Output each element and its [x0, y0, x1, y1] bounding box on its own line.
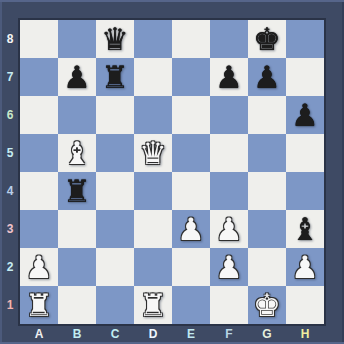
square-a1[interactable]: ♜ — [20, 286, 58, 324]
square-g8[interactable]: ♚ — [248, 20, 286, 58]
square-d3[interactable] — [134, 210, 172, 248]
square-f2[interactable]: ♟ — [210, 248, 248, 286]
board-outer: ♛♚♟♜♟♟♟♝♛♜♟♟♝♟♟♟♜♜♚ — [20, 20, 324, 324]
square-f3[interactable]: ♟ — [210, 210, 248, 248]
square-b2[interactable] — [58, 248, 96, 286]
black-rook-piece: ♜ — [101, 58, 129, 96]
square-f8[interactable] — [210, 20, 248, 58]
white-rook-piece: ♜ — [25, 286, 53, 324]
white-pawn-piece: ♟ — [215, 248, 243, 286]
chessboard-frame: 87654321 ♛♚♟♜♟♟♟♝♛♜♟♟♝♟♟♟♜♜♚ ABCDEFGH — [0, 0, 344, 344]
square-c8[interactable]: ♛ — [96, 20, 134, 58]
square-e1[interactable] — [172, 286, 210, 324]
white-king-piece: ♚ — [253, 286, 281, 324]
white-queen-piece: ♛ — [139, 134, 167, 172]
file-label-d: D — [134, 324, 172, 344]
file-label-a: A — [20, 324, 58, 344]
square-f4[interactable] — [210, 172, 248, 210]
square-c7[interactable]: ♜ — [96, 58, 134, 96]
square-a7[interactable] — [20, 58, 58, 96]
square-c1[interactable] — [96, 286, 134, 324]
square-g7[interactable]: ♟ — [248, 58, 286, 96]
rank-label-1: 1 — [0, 286, 20, 324]
square-a8[interactable] — [20, 20, 58, 58]
black-queen-piece: ♛ — [101, 20, 129, 58]
square-b8[interactable] — [58, 20, 96, 58]
square-c2[interactable] — [96, 248, 134, 286]
file-label-b: B — [58, 324, 96, 344]
chess-board: ♛♚♟♜♟♟♟♝♛♜♟♟♝♟♟♟♜♜♚ — [20, 20, 324, 324]
file-labels: ABCDEFGH — [20, 324, 324, 344]
square-g5[interactable] — [248, 134, 286, 172]
square-c6[interactable] — [96, 96, 134, 134]
black-pawn-piece: ♟ — [291, 96, 319, 134]
square-f7[interactable]: ♟ — [210, 58, 248, 96]
square-c3[interactable] — [96, 210, 134, 248]
file-label-g: G — [248, 324, 286, 344]
square-c4[interactable] — [96, 172, 134, 210]
square-e4[interactable] — [172, 172, 210, 210]
square-e3[interactable]: ♟ — [172, 210, 210, 248]
square-b6[interactable] — [58, 96, 96, 134]
white-pawn-piece: ♟ — [177, 210, 205, 248]
square-b4[interactable]: ♜ — [58, 172, 96, 210]
square-e2[interactable] — [172, 248, 210, 286]
square-f1[interactable] — [210, 286, 248, 324]
white-pawn-piece: ♟ — [25, 248, 53, 286]
square-c5[interactable] — [96, 134, 134, 172]
square-e6[interactable] — [172, 96, 210, 134]
square-h6[interactable]: ♟ — [286, 96, 324, 134]
rank-label-3: 3 — [0, 210, 20, 248]
rank-label-6: 6 — [0, 96, 20, 134]
square-a6[interactable] — [20, 96, 58, 134]
rank-labels: 87654321 — [0, 20, 20, 324]
rank-label-7: 7 — [0, 58, 20, 96]
square-g4[interactable] — [248, 172, 286, 210]
square-g1[interactable]: ♚ — [248, 286, 286, 324]
square-d6[interactable] — [134, 96, 172, 134]
square-h2[interactable]: ♟ — [286, 248, 324, 286]
square-d8[interactable] — [134, 20, 172, 58]
square-a4[interactable] — [20, 172, 58, 210]
square-b1[interactable] — [58, 286, 96, 324]
square-b3[interactable] — [58, 210, 96, 248]
file-label-h: H — [286, 324, 324, 344]
file-label-c: C — [96, 324, 134, 344]
rank-label-4: 4 — [0, 172, 20, 210]
square-d4[interactable] — [134, 172, 172, 210]
square-h3[interactable]: ♝ — [286, 210, 324, 248]
black-pawn-piece: ♟ — [253, 58, 281, 96]
file-label-f: F — [210, 324, 248, 344]
square-a2[interactable]: ♟ — [20, 248, 58, 286]
black-pawn-piece: ♟ — [63, 58, 91, 96]
square-f5[interactable] — [210, 134, 248, 172]
square-h8[interactable] — [286, 20, 324, 58]
square-d2[interactable] — [134, 248, 172, 286]
square-e8[interactable] — [172, 20, 210, 58]
square-e7[interactable] — [172, 58, 210, 96]
square-b7[interactable]: ♟ — [58, 58, 96, 96]
square-h1[interactable] — [286, 286, 324, 324]
white-pawn-piece: ♟ — [215, 210, 243, 248]
square-f6[interactable] — [210, 96, 248, 134]
white-pawn-piece: ♟ — [291, 248, 319, 286]
square-e5[interactable] — [172, 134, 210, 172]
file-label-e: E — [172, 324, 210, 344]
square-h4[interactable] — [286, 172, 324, 210]
black-pawn-piece: ♟ — [215, 58, 243, 96]
rank-label-8: 8 — [0, 20, 20, 58]
square-g2[interactable] — [248, 248, 286, 286]
square-a3[interactable] — [20, 210, 58, 248]
square-a5[interactable] — [20, 134, 58, 172]
square-d1[interactable]: ♜ — [134, 286, 172, 324]
black-rook-piece: ♜ — [63, 172, 91, 210]
black-king-piece: ♚ — [253, 20, 281, 58]
square-g6[interactable] — [248, 96, 286, 134]
square-b5[interactable]: ♝ — [58, 134, 96, 172]
white-rook-piece: ♜ — [139, 286, 167, 324]
square-d7[interactable] — [134, 58, 172, 96]
square-d5[interactable]: ♛ — [134, 134, 172, 172]
rank-label-2: 2 — [0, 248, 20, 286]
black-bishop-piece: ♝ — [291, 210, 319, 248]
square-g3[interactable] — [248, 210, 286, 248]
white-bishop-piece: ♝ — [63, 134, 91, 172]
square-h7[interactable] — [286, 58, 324, 96]
rank-label-5: 5 — [0, 134, 20, 172]
square-h5[interactable] — [286, 134, 324, 172]
